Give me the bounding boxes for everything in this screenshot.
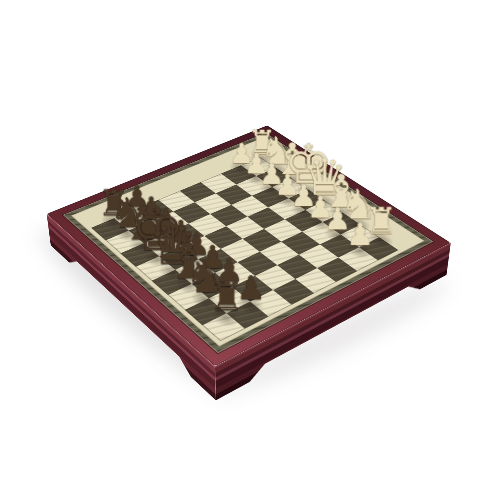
chess-set-product-photo: ♜♞♝♛♚♝♞♜♟♟♟♟♟♟♟♟♟♟♟♟♟♟♟♟♜♞♝♛♚♝♞♜ — [0, 0, 500, 500]
chess-board-box: ♜♞♝♛♚♝♞♜♟♟♟♟♟♟♟♟♟♟♟♟♟♟♟♟♜♞♝♛♚♝♞♜ — [47, 125, 451, 366]
scene-3d: ♜♞♝♛♚♝♞♜♟♟♟♟♟♟♟♟♟♟♟♟♟♟♟♟♜♞♝♛♚♝♞♜ — [0, 0, 500, 500]
